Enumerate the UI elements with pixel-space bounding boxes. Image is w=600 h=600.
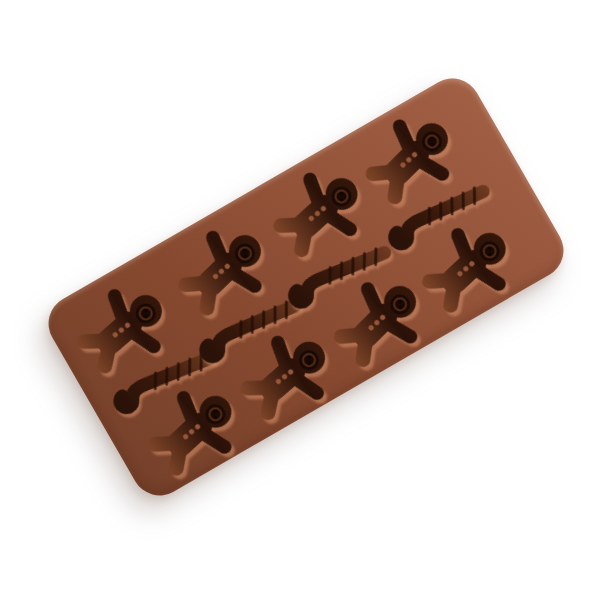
silicone-mold [38, 68, 573, 505]
product-photo [0, 0, 600, 600]
